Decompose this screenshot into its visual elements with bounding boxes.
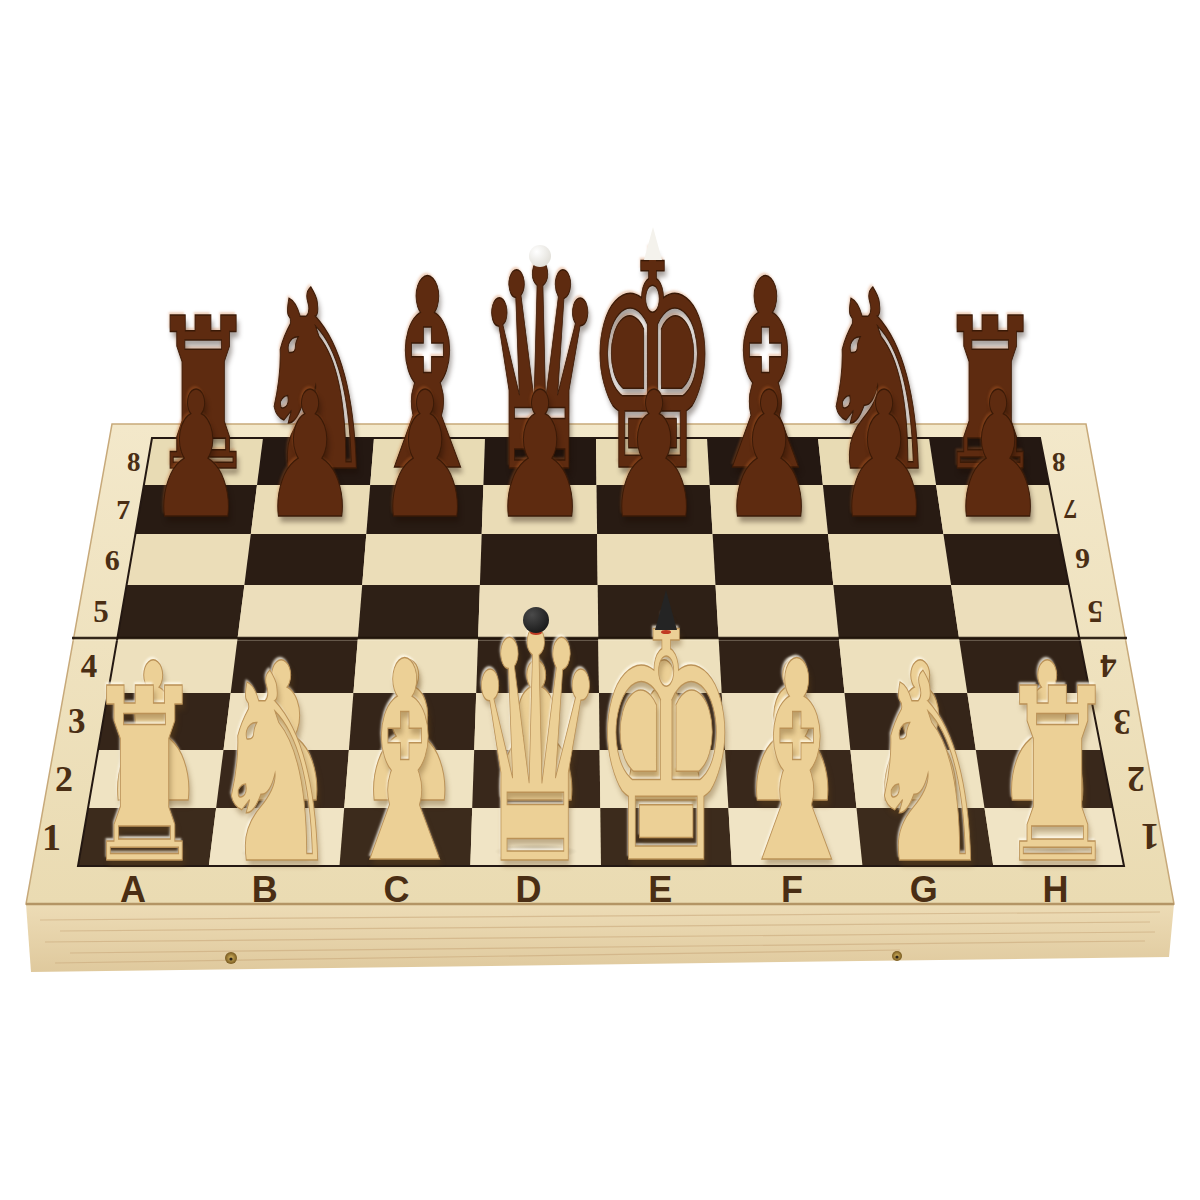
rank-label-left-6: 6 [105,543,120,576]
pawn-glyph: ♟ [950,369,1047,543]
brass-pin-hole [229,957,232,960]
finial-cone-e1 [655,590,677,630]
rank-label-right-6: 6 [1075,543,1090,576]
brass-pin-hole [895,955,898,958]
chess-set-photo: 8877665544332211ABCDEFGH ♜♞♝♛♚♝♞♜♟♟♟♟♟♟♟… [0,0,1200,1200]
piece-black-pawn-h7[interactable]: ♟ [838,369,1158,543]
piece-white-rook-h1[interactable]: ♜ [898,657,1200,897]
rook-glyph: ♜ [998,657,1118,897]
